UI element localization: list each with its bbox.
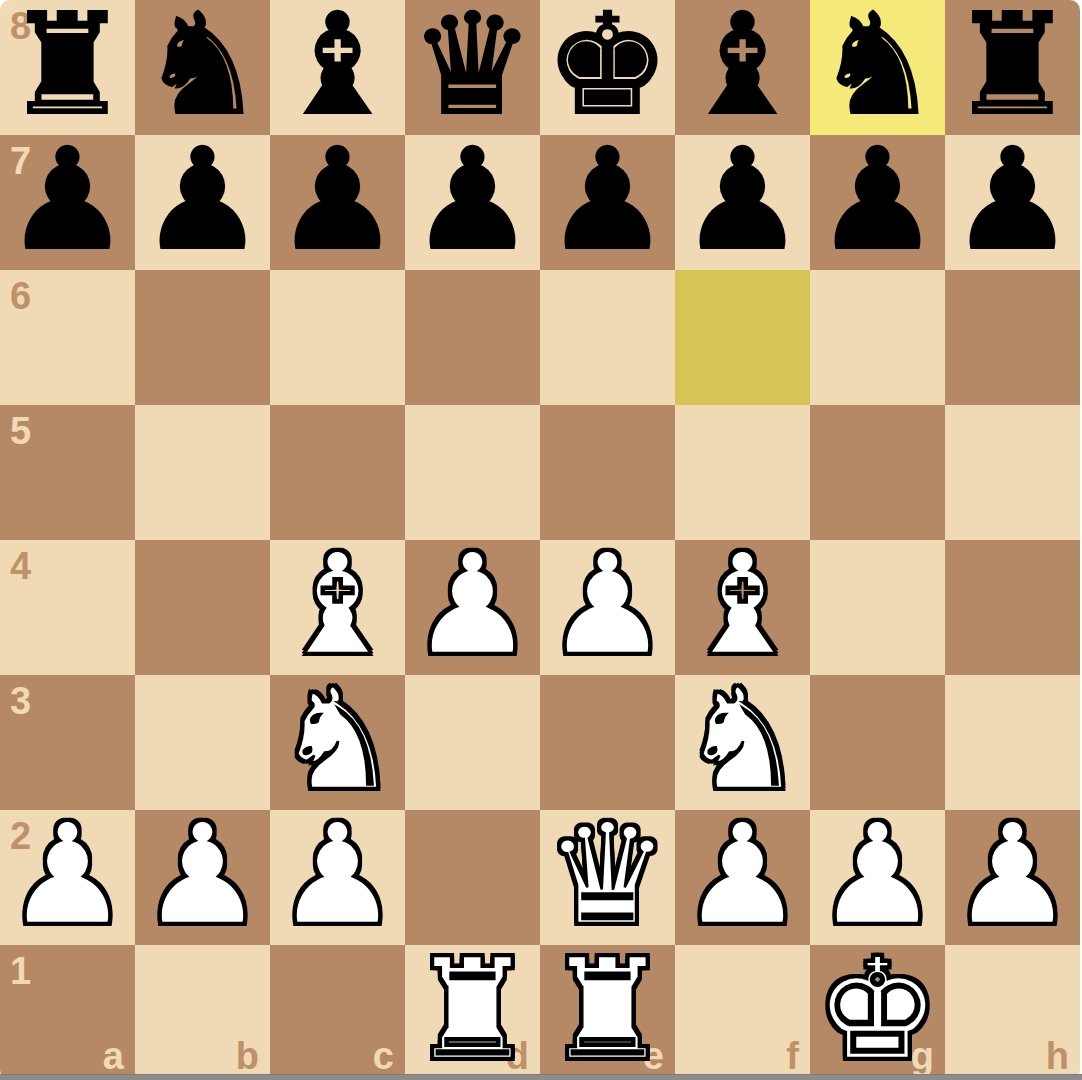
square-a5[interactable]: 5 bbox=[0, 405, 135, 540]
square-b8[interactable]: ♞ bbox=[135, 0, 270, 135]
piece-black-bishop[interactable]: ♝ bbox=[275, 0, 401, 135]
square-a4[interactable]: 4 bbox=[0, 540, 135, 675]
square-e6[interactable] bbox=[540, 270, 675, 405]
square-e2[interactable]: ♛ bbox=[540, 810, 675, 945]
piece-black-pawn[interactable]: ♟ bbox=[275, 130, 401, 270]
square-a2[interactable]: 2♟ bbox=[0, 810, 135, 945]
piece-white-bishop[interactable]: ♝ bbox=[680, 535, 806, 675]
piece-white-pawn[interactable]: ♟ bbox=[5, 805, 131, 945]
piece-white-queen[interactable]: ♛ bbox=[545, 805, 671, 945]
square-e4[interactable]: ♟ bbox=[540, 540, 675, 675]
square-c8[interactable]: ♝ bbox=[270, 0, 405, 135]
square-g5[interactable] bbox=[810, 405, 945, 540]
piece-white-bishop[interactable]: ♝ bbox=[275, 535, 401, 675]
piece-white-pawn[interactable]: ♟ bbox=[815, 805, 941, 945]
square-b4[interactable] bbox=[135, 540, 270, 675]
piece-black-knight[interactable]: ♞ bbox=[140, 0, 266, 135]
piece-black-pawn[interactable]: ♟ bbox=[545, 130, 671, 270]
piece-black-rook[interactable]: ♜ bbox=[950, 0, 1076, 135]
square-h1[interactable]: h bbox=[945, 945, 1080, 1080]
square-e3[interactable] bbox=[540, 675, 675, 810]
square-b1[interactable]: b bbox=[135, 945, 270, 1080]
square-g3[interactable] bbox=[810, 675, 945, 810]
square-c2[interactable]: ♟ bbox=[270, 810, 405, 945]
piece-black-pawn[interactable]: ♟ bbox=[5, 130, 131, 270]
piece-white-pawn[interactable]: ♟ bbox=[545, 535, 671, 675]
square-d4[interactable]: ♟ bbox=[405, 540, 540, 675]
chess-board: 8♜♞♝♛♚♝♞♜7♟♟♟♟♟♟♟♟654♝♟♟♝3♞♞2♟♟♟♛♟♟♟1abc… bbox=[0, 0, 1080, 1080]
square-a1[interactable]: 1a bbox=[0, 945, 135, 1080]
square-d1[interactable]: d♜ bbox=[405, 945, 540, 1080]
piece-white-knight[interactable]: ♞ bbox=[680, 670, 806, 810]
file-label-f: f bbox=[786, 1037, 799, 1075]
piece-white-king[interactable]: ♚ bbox=[815, 940, 941, 1080]
square-h5[interactable] bbox=[945, 405, 1080, 540]
square-e5[interactable] bbox=[540, 405, 675, 540]
square-c3[interactable]: ♞ bbox=[270, 675, 405, 810]
piece-black-king[interactable]: ♚ bbox=[545, 0, 671, 135]
square-b3[interactable] bbox=[135, 675, 270, 810]
square-b6[interactable] bbox=[135, 270, 270, 405]
square-f5[interactable] bbox=[675, 405, 810, 540]
square-h4[interactable] bbox=[945, 540, 1080, 675]
square-e1[interactable]: e♜ bbox=[540, 945, 675, 1080]
piece-white-pawn[interactable]: ♟ bbox=[950, 805, 1076, 945]
piece-white-pawn[interactable]: ♟ bbox=[680, 805, 806, 945]
square-f2[interactable]: ♟ bbox=[675, 810, 810, 945]
piece-black-knight[interactable]: ♞ bbox=[815, 0, 941, 135]
square-g6[interactable] bbox=[810, 270, 945, 405]
piece-black-pawn[interactable]: ♟ bbox=[950, 130, 1076, 270]
square-f8[interactable]: ♝ bbox=[675, 0, 810, 135]
piece-white-rook[interactable]: ♜ bbox=[410, 940, 536, 1080]
file-label-c: c bbox=[373, 1037, 394, 1075]
square-d3[interactable] bbox=[405, 675, 540, 810]
piece-white-knight[interactable]: ♞ bbox=[275, 670, 401, 810]
square-g2[interactable]: ♟ bbox=[810, 810, 945, 945]
file-label-h: h bbox=[1046, 1037, 1069, 1075]
piece-black-pawn[interactable]: ♟ bbox=[815, 130, 941, 270]
square-f7[interactable]: ♟ bbox=[675, 135, 810, 270]
piece-white-pawn[interactable]: ♟ bbox=[275, 805, 401, 945]
square-c1[interactable]: c bbox=[270, 945, 405, 1080]
square-e8[interactable]: ♚ bbox=[540, 0, 675, 135]
piece-white-rook[interactable]: ♜ bbox=[545, 940, 671, 1080]
piece-black-pawn[interactable]: ♟ bbox=[140, 130, 266, 270]
square-d6[interactable] bbox=[405, 270, 540, 405]
square-b5[interactable] bbox=[135, 405, 270, 540]
square-h8[interactable]: ♜ bbox=[945, 0, 1080, 135]
file-label-a: a bbox=[103, 1037, 124, 1075]
page: 8♜♞♝♛♚♝♞♜7♟♟♟♟♟♟♟♟654♝♟♟♝3♞♞2♟♟♟♛♟♟♟1abc… bbox=[0, 0, 1082, 1080]
square-a3[interactable]: 3 bbox=[0, 675, 135, 810]
square-d5[interactable] bbox=[405, 405, 540, 540]
rank-label-4: 4 bbox=[10, 547, 31, 585]
square-h6[interactable] bbox=[945, 270, 1080, 405]
rank-label-1: 1 bbox=[10, 952, 31, 990]
square-e7[interactable]: ♟ bbox=[540, 135, 675, 270]
square-g7[interactable]: ♟ bbox=[810, 135, 945, 270]
square-f6[interactable] bbox=[675, 270, 810, 405]
square-c4[interactable]: ♝ bbox=[270, 540, 405, 675]
square-d8[interactable]: ♛ bbox=[405, 0, 540, 135]
square-f4[interactable]: ♝ bbox=[675, 540, 810, 675]
square-b2[interactable]: ♟ bbox=[135, 810, 270, 945]
piece-white-pawn[interactable]: ♟ bbox=[140, 805, 266, 945]
piece-black-pawn[interactable]: ♟ bbox=[410, 130, 536, 270]
rank-label-3: 3 bbox=[10, 682, 31, 720]
piece-black-rook[interactable]: ♜ bbox=[5, 0, 131, 135]
square-d2[interactable] bbox=[405, 810, 540, 945]
rank-label-6: 6 bbox=[10, 277, 31, 315]
square-c7[interactable]: ♟ bbox=[270, 135, 405, 270]
rank-label-5: 5 bbox=[10, 412, 31, 450]
square-b7[interactable]: ♟ bbox=[135, 135, 270, 270]
piece-black-queen[interactable]: ♛ bbox=[410, 0, 536, 135]
file-label-b: b bbox=[236, 1037, 259, 1075]
piece-black-pawn[interactable]: ♟ bbox=[680, 130, 806, 270]
piece-black-bishop[interactable]: ♝ bbox=[680, 0, 806, 135]
horizontal-scrollbar[interactable] bbox=[0, 1074, 1082, 1080]
square-c5[interactable] bbox=[270, 405, 405, 540]
square-g4[interactable] bbox=[810, 540, 945, 675]
square-f1[interactable]: f bbox=[675, 945, 810, 1080]
square-g1[interactable]: g♚ bbox=[810, 945, 945, 1080]
square-c6[interactable] bbox=[270, 270, 405, 405]
square-h3[interactable] bbox=[945, 675, 1080, 810]
square-d7[interactable]: ♟ bbox=[405, 135, 540, 270]
piece-white-pawn[interactable]: ♟ bbox=[410, 535, 536, 675]
square-f3[interactable]: ♞ bbox=[675, 675, 810, 810]
square-a6[interactable]: 6 bbox=[0, 270, 135, 405]
square-h2[interactable]: ♟ bbox=[945, 810, 1080, 945]
square-a7[interactable]: 7♟ bbox=[0, 135, 135, 270]
square-g8[interactable]: ♞ bbox=[810, 0, 945, 135]
square-a8[interactable]: 8♜ bbox=[0, 0, 135, 135]
square-h7[interactable]: ♟ bbox=[945, 135, 1080, 270]
